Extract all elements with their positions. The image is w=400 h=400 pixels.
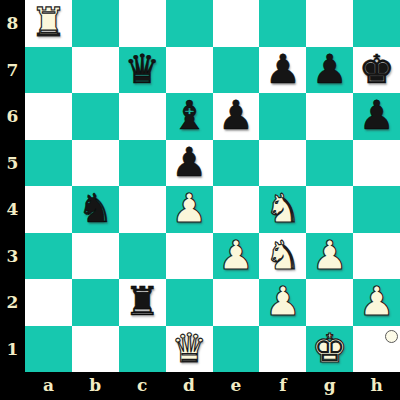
square-d4[interactable]: ♟ (166, 186, 213, 233)
square-d6[interactable]: ♝ (166, 93, 213, 140)
rank-label-8: 8 (0, 0, 25, 47)
square-f4[interactable]: ♞ (259, 186, 306, 233)
white-knight-f4[interactable]: ♞ (265, 188, 301, 228)
square-h5[interactable] (353, 140, 400, 187)
square-f7[interactable]: ♟ (259, 47, 306, 94)
square-b5[interactable] (72, 140, 119, 187)
black-pawn-d5[interactable]: ♟ (171, 142, 207, 182)
white-rook-a8[interactable]: ♜ (31, 2, 67, 42)
square-b7[interactable] (72, 47, 119, 94)
square-c8[interactable] (119, 0, 166, 47)
square-e1[interactable] (213, 326, 260, 373)
square-g7[interactable]: ♟ (306, 47, 353, 94)
square-e7[interactable] (213, 47, 260, 94)
file-label-h: h (353, 372, 400, 400)
black-queen-c7[interactable]: ♛ (124, 49, 160, 89)
square-c6[interactable] (119, 93, 166, 140)
square-c2[interactable]: ♜ (119, 279, 166, 326)
square-b1[interactable] (72, 326, 119, 373)
black-rook-c2[interactable]: ♜ (124, 281, 160, 321)
black-pawn-g7[interactable]: ♟ (312, 49, 348, 89)
square-c3[interactable] (119, 233, 166, 280)
rank-label-5: 5 (0, 140, 25, 187)
square-e8[interactable] (213, 0, 260, 47)
square-d1[interactable]: ♛ (166, 326, 213, 373)
square-h8[interactable] (353, 0, 400, 47)
rank-label-6: 6 (0, 93, 25, 140)
square-a5[interactable] (25, 140, 72, 187)
rank-label-4: 4 (0, 186, 25, 233)
square-b6[interactable] (72, 93, 119, 140)
square-g3[interactable]: ♟ (306, 233, 353, 280)
square-a1[interactable] (25, 326, 72, 373)
chess-board: ♜♛♟♟♚♝♟♟♟♞♟♞♟♞♟♜♟♟♛♚ (25, 0, 400, 372)
square-b4[interactable]: ♞ (72, 186, 119, 233)
white-knight-f3[interactable]: ♞ (265, 235, 301, 275)
rank-labels: 8 7 6 5 4 3 2 1 (0, 0, 25, 372)
square-d3[interactable] (166, 233, 213, 280)
square-e5[interactable] (213, 140, 260, 187)
file-label-d: d (166, 372, 213, 400)
square-f6[interactable] (259, 93, 306, 140)
file-label-f: f (259, 372, 306, 400)
square-g5[interactable] (306, 140, 353, 187)
square-e6[interactable]: ♟ (213, 93, 260, 140)
square-g6[interactable] (306, 93, 353, 140)
file-labels: a b c d e f g h (25, 372, 400, 400)
square-a2[interactable] (25, 279, 72, 326)
black-king-h7[interactable]: ♚ (359, 49, 395, 89)
square-e2[interactable] (213, 279, 260, 326)
square-h7[interactable]: ♚ (353, 47, 400, 94)
square-f5[interactable] (259, 140, 306, 187)
black-pawn-e6[interactable]: ♟ (218, 95, 254, 135)
square-d8[interactable] (166, 0, 213, 47)
square-c1[interactable] (119, 326, 166, 373)
square-f2[interactable]: ♟ (259, 279, 306, 326)
square-h2[interactable]: ♟ (353, 279, 400, 326)
black-pawn-h6[interactable]: ♟ (359, 95, 395, 135)
square-a4[interactable] (25, 186, 72, 233)
square-a6[interactable] (25, 93, 72, 140)
square-h3[interactable] (353, 233, 400, 280)
white-pawn-f2[interactable]: ♟ (265, 281, 301, 321)
square-f8[interactable] (259, 0, 306, 47)
square-g1[interactable]: ♚ (306, 326, 353, 373)
black-knight-b4[interactable]: ♞ (77, 188, 113, 228)
file-label-g: g (306, 372, 353, 400)
square-d7[interactable] (166, 47, 213, 94)
square-d5[interactable]: ♟ (166, 140, 213, 187)
file-label-e: e (213, 372, 260, 400)
square-c7[interactable]: ♛ (119, 47, 166, 94)
square-g2[interactable] (306, 279, 353, 326)
rank-label-2: 2 (0, 279, 25, 326)
file-label-b: b (72, 372, 119, 400)
white-queen-d1[interactable]: ♛ (171, 328, 207, 368)
square-f1[interactable] (259, 326, 306, 373)
square-c4[interactable] (119, 186, 166, 233)
square-e3[interactable]: ♟ (213, 233, 260, 280)
white-pawn-g3[interactable]: ♟ (312, 235, 348, 275)
square-b2[interactable] (72, 279, 119, 326)
white-to-move-indicator (385, 330, 398, 343)
white-pawn-h2[interactable]: ♟ (359, 281, 395, 321)
white-pawn-e3[interactable]: ♟ (218, 235, 254, 275)
rank-label-7: 7 (0, 47, 25, 94)
square-f3[interactable]: ♞ (259, 233, 306, 280)
file-label-c: c (119, 372, 166, 400)
white-king-g1[interactable]: ♚ (312, 328, 348, 368)
square-d2[interactable] (166, 279, 213, 326)
square-a3[interactable] (25, 233, 72, 280)
square-h4[interactable] (353, 186, 400, 233)
square-e4[interactable] (213, 186, 260, 233)
square-g4[interactable] (306, 186, 353, 233)
black-bishop-d6[interactable]: ♝ (171, 95, 207, 135)
square-a8[interactable]: ♜ (25, 0, 72, 47)
square-g8[interactable] (306, 0, 353, 47)
black-pawn-f7[interactable]: ♟ (265, 49, 301, 89)
square-b8[interactable] (72, 0, 119, 47)
rank-label-3: 3 (0, 233, 25, 280)
chess-diagram: 8 7 6 5 4 3 2 1 ♜♛♟♟♚♝♟♟♟♞♟♞♟♞♟♜♟♟♛♚ a b… (0, 0, 400, 400)
square-b3[interactable] (72, 233, 119, 280)
square-h6[interactable]: ♟ (353, 93, 400, 140)
rank-label-1: 1 (0, 326, 25, 373)
file-label-a: a (25, 372, 72, 400)
square-a7[interactable] (25, 47, 72, 94)
square-c5[interactable] (119, 140, 166, 187)
white-pawn-d4[interactable]: ♟ (171, 188, 207, 228)
